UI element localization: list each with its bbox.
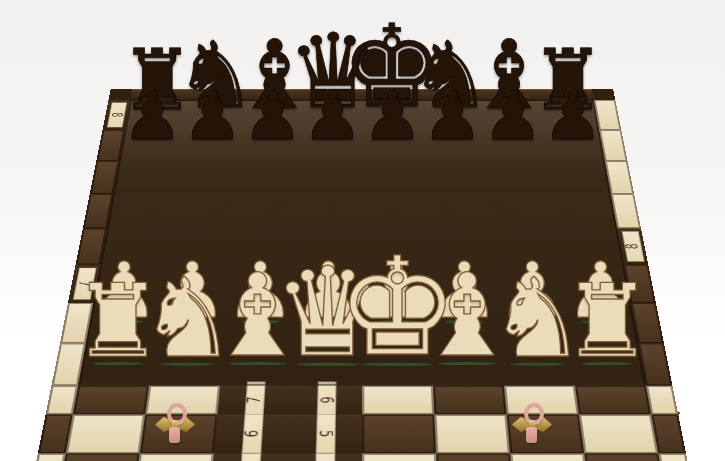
- photo-stage: chess 8877665544332211ABCDEFGH ♜♞♝♛♚♞♝♜♟…: [0, 0, 725, 461]
- square-a8[interactable]: [594, 100, 622, 130]
- rank-label-tag: 5: [315, 414, 335, 453]
- rank-label-4: 4: [286, 453, 362, 461]
- board-frame-top: [419, 89, 477, 100]
- square-d4[interactable]: [584, 453, 666, 461]
- board-frame-top: [188, 89, 247, 100]
- square-b6[interactable]: [433, 386, 507, 415]
- square-c7[interactable]: [631, 303, 664, 343]
- board-frame-corner: [592, 89, 616, 100]
- rank-label-5: 5: [210, 453, 288, 461]
- square-h5[interactable]: [134, 453, 214, 461]
- square-e4[interactable]: [658, 453, 694, 461]
- square-f5[interactable]: [30, 453, 66, 461]
- square-a6[interactable]: [362, 386, 434, 415]
- rank-label-tag: 6: [241, 414, 263, 453]
- square-e7[interactable]: [638, 343, 672, 386]
- square-a7[interactable]: [624, 265, 656, 303]
- clasp-tab-icon: [169, 427, 180, 443]
- rank-label-tag: 8: [106, 102, 126, 127]
- rank-label-8: 8: [617, 228, 648, 264]
- rank-label-tag: 7: [244, 381, 266, 418]
- board-frame-top: [130, 89, 189, 100]
- square-d8[interactable]: [90, 161, 119, 194]
- board-frame-top: [304, 89, 362, 100]
- square-g7[interactable]: [73, 386, 149, 415]
- board-frame-top: [477, 89, 536, 100]
- square-g6[interactable]: [66, 414, 145, 453]
- square-b7[interactable]: [60, 303, 93, 343]
- left-clasp: [153, 402, 197, 448]
- rank-label-7: 7: [217, 386, 291, 415]
- square-g5[interactable]: [58, 453, 140, 461]
- rank-label-tag: 5: [238, 453, 261, 461]
- square-b5[interactable]: [434, 414, 510, 453]
- square-d5[interactable]: [579, 414, 658, 453]
- square-e5[interactable]: [651, 414, 686, 453]
- rank-label-5: 5: [288, 414, 362, 453]
- clasp-tab-icon: [526, 427, 537, 443]
- square-b4[interactable]: [436, 453, 514, 461]
- board-3d: 8877665544332211ABCDEFGH: [46, 89, 679, 414]
- board-frame-corner: [109, 89, 133, 100]
- board-frame-top: [362, 89, 420, 100]
- square-d7[interactable]: [51, 343, 85, 386]
- rank-label-6: 6: [214, 414, 290, 453]
- square-e6[interactable]: [646, 386, 678, 415]
- square-c8[interactable]: [599, 130, 627, 161]
- square-d6[interactable]: [575, 386, 651, 415]
- square-f8[interactable]: [83, 194, 113, 228]
- square-b8[interactable]: [96, 130, 124, 161]
- square-c4[interactable]: [510, 453, 590, 461]
- square-h8[interactable]: [76, 228, 107, 264]
- square-g8[interactable]: [611, 194, 641, 228]
- rank-label-6: 6: [290, 386, 362, 415]
- square-a4[interactable]: [362, 453, 438, 461]
- board-frame-top: [534, 89, 593, 100]
- square-e8[interactable]: [605, 161, 634, 194]
- rank-label-7: 7: [68, 265, 100, 303]
- rank-label-8: 8: [103, 100, 131, 130]
- board-frame-top: [246, 89, 304, 100]
- rank-label-tag: 8: [621, 231, 644, 261]
- board-lighting-overlay: [78, 100, 646, 386]
- rank-label-tag: 4: [314, 453, 335, 461]
- rank-label-tag: 7: [72, 268, 96, 300]
- rank-label-tag: 6: [316, 381, 336, 418]
- square-a5[interactable]: [362, 414, 436, 453]
- right-clasp: [510, 402, 554, 448]
